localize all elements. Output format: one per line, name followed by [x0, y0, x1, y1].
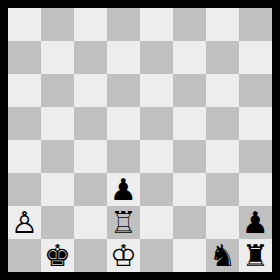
square-g7[interactable] — [206, 41, 239, 74]
square-e5[interactable] — [140, 107, 173, 140]
square-c3[interactable] — [74, 173, 107, 206]
white-king[interactable]: ♔ — [110, 239, 137, 272]
square-b4[interactable] — [41, 140, 74, 173]
square-c1[interactable] — [74, 239, 107, 272]
square-h6[interactable] — [239, 74, 272, 107]
square-f1[interactable] — [173, 239, 206, 272]
white-rook[interactable]: ♖ — [110, 206, 137, 239]
square-d8[interactable] — [107, 8, 140, 41]
square-d5[interactable] — [107, 107, 140, 140]
square-g4[interactable] — [206, 140, 239, 173]
square-f4[interactable] — [173, 140, 206, 173]
square-b2[interactable] — [41, 206, 74, 239]
square-a4[interactable] — [8, 140, 41, 173]
square-h7[interactable] — [239, 41, 272, 74]
square-a7[interactable] — [8, 41, 41, 74]
square-h3[interactable] — [239, 173, 272, 206]
square-g1[interactable]: ♞ — [206, 239, 239, 272]
square-h1[interactable]: ♜ — [239, 239, 272, 272]
square-g8[interactable] — [206, 8, 239, 41]
square-g5[interactable] — [206, 107, 239, 140]
square-f2[interactable] — [173, 206, 206, 239]
square-c2[interactable] — [74, 206, 107, 239]
square-c7[interactable] — [74, 41, 107, 74]
square-f7[interactable] — [173, 41, 206, 74]
square-g2[interactable] — [206, 206, 239, 239]
black-king[interactable]: ♚ — [44, 239, 71, 272]
board-frame: ♟♙♖♟♚♔♞♜ — [0, 0, 280, 280]
square-b7[interactable] — [41, 41, 74, 74]
square-h4[interactable] — [239, 140, 272, 173]
square-e7[interactable] — [140, 41, 173, 74]
square-h2[interactable]: ♟ — [239, 206, 272, 239]
square-e2[interactable] — [140, 206, 173, 239]
square-d1[interactable]: ♔ — [107, 239, 140, 272]
square-e3[interactable] — [140, 173, 173, 206]
square-d4[interactable] — [107, 140, 140, 173]
black-pawn[interactable]: ♟ — [242, 206, 269, 239]
square-g3[interactable] — [206, 173, 239, 206]
square-e1[interactable] — [140, 239, 173, 272]
square-d6[interactable] — [107, 74, 140, 107]
square-h8[interactable] — [239, 8, 272, 41]
square-c5[interactable] — [74, 107, 107, 140]
square-b5[interactable] — [41, 107, 74, 140]
square-b8[interactable] — [41, 8, 74, 41]
square-f3[interactable] — [173, 173, 206, 206]
chess-board: ♟♙♖♟♚♔♞♜ — [8, 8, 272, 272]
square-a6[interactable] — [8, 74, 41, 107]
square-g6[interactable] — [206, 74, 239, 107]
square-c4[interactable] — [74, 140, 107, 173]
square-b3[interactable] — [41, 173, 74, 206]
square-d7[interactable] — [107, 41, 140, 74]
white-pawn[interactable]: ♙ — [11, 206, 38, 239]
square-e8[interactable] — [140, 8, 173, 41]
black-rook[interactable]: ♜ — [242, 239, 269, 272]
square-f8[interactable] — [173, 8, 206, 41]
square-c6[interactable] — [74, 74, 107, 107]
square-d3[interactable]: ♟ — [107, 173, 140, 206]
black-knight[interactable]: ♞ — [209, 239, 236, 272]
square-b1[interactable]: ♚ — [41, 239, 74, 272]
square-h5[interactable] — [239, 107, 272, 140]
square-a3[interactable] — [8, 173, 41, 206]
square-a5[interactable] — [8, 107, 41, 140]
black-pawn[interactable]: ♟ — [110, 173, 137, 206]
square-e6[interactable] — [140, 74, 173, 107]
square-f6[interactable] — [173, 74, 206, 107]
square-e4[interactable] — [140, 140, 173, 173]
square-d2[interactable]: ♖ — [107, 206, 140, 239]
square-b6[interactable] — [41, 74, 74, 107]
square-a1[interactable] — [8, 239, 41, 272]
square-f5[interactable] — [173, 107, 206, 140]
square-c8[interactable] — [74, 8, 107, 41]
square-a8[interactable] — [8, 8, 41, 41]
square-a2[interactable]: ♙ — [8, 206, 41, 239]
